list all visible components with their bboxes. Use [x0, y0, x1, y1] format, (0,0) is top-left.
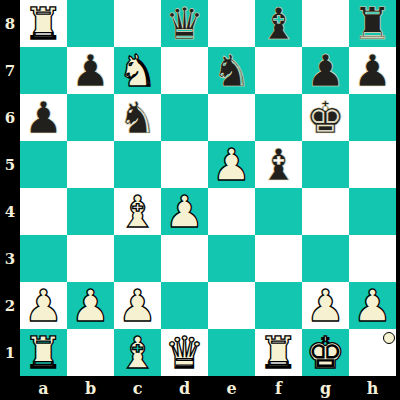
square-b5[interactable]	[67, 141, 114, 188]
file-label-d: d	[161, 376, 208, 400]
square-b1[interactable]	[67, 329, 114, 376]
white-pawn-icon: ♟	[118, 282, 157, 329]
square-h2[interactable]: ♟	[349, 282, 396, 329]
black-pawn-icon: ♟	[71, 47, 110, 94]
square-b7[interactable]: ♟	[67, 47, 114, 94]
rank-label-6: 6	[0, 94, 20, 141]
square-d8[interactable]: ♛	[161, 0, 208, 47]
file-label-h: h	[349, 376, 396, 400]
black-bishop-icon: ♝	[259, 141, 298, 188]
rank-labels: 87654321	[0, 0, 20, 376]
square-d2[interactable]	[161, 282, 208, 329]
square-c2[interactable]: ♟	[114, 282, 161, 329]
white-bishop-icon: ♝	[118, 188, 157, 235]
square-a7[interactable]	[20, 47, 67, 94]
square-a8[interactable]: ♜	[20, 0, 67, 47]
white-pawn-icon: ♟	[165, 188, 204, 235]
chess-board[interactable]: ♜♛♝♜♟♞♞♟♟♟♞♚♟♝♝♟♟♟♟♟♟♜♝♛♜♚	[20, 0, 396, 376]
rank-label-4: 4	[0, 188, 20, 235]
square-c1[interactable]: ♝	[114, 329, 161, 376]
square-e5[interactable]: ♟	[208, 141, 255, 188]
square-g1[interactable]: ♚	[302, 329, 349, 376]
file-label-c: c	[114, 376, 161, 400]
file-label-e: e	[208, 376, 255, 400]
square-f6[interactable]	[255, 94, 302, 141]
square-a2[interactable]: ♟	[20, 282, 67, 329]
square-g4[interactable]	[302, 188, 349, 235]
square-e4[interactable]	[208, 188, 255, 235]
square-c7[interactable]: ♞	[114, 47, 161, 94]
file-label-b: b	[67, 376, 114, 400]
white-pawn-icon: ♟	[71, 282, 110, 329]
black-pawn-icon: ♟	[306, 47, 345, 94]
square-d5[interactable]	[161, 141, 208, 188]
white-to-move-indicator	[383, 332, 395, 344]
square-d3[interactable]	[161, 235, 208, 282]
square-g5[interactable]	[302, 141, 349, 188]
black-pawn-icon: ♟	[353, 47, 392, 94]
white-rook-icon: ♜	[24, 329, 63, 376]
square-h4[interactable]	[349, 188, 396, 235]
square-d1[interactable]: ♛	[161, 329, 208, 376]
white-rook-icon: ♜	[24, 0, 63, 47]
square-g3[interactable]	[302, 235, 349, 282]
square-b4[interactable]	[67, 188, 114, 235]
square-a4[interactable]	[20, 188, 67, 235]
black-bishop-icon: ♝	[259, 0, 298, 47]
file-label-f: f	[255, 376, 302, 400]
rank-label-1: 1	[0, 329, 20, 376]
square-g7[interactable]: ♟	[302, 47, 349, 94]
square-b2[interactable]: ♟	[67, 282, 114, 329]
square-c6[interactable]: ♞	[114, 94, 161, 141]
white-pawn-icon: ♟	[212, 141, 251, 188]
square-c3[interactable]	[114, 235, 161, 282]
square-a1[interactable]: ♜	[20, 329, 67, 376]
rank-label-3: 3	[0, 235, 20, 282]
square-g6[interactable]: ♚	[302, 94, 349, 141]
white-rook-icon: ♜	[259, 329, 298, 376]
square-h3[interactable]	[349, 235, 396, 282]
square-c4[interactable]: ♝	[114, 188, 161, 235]
white-bishop-icon: ♝	[118, 329, 157, 376]
square-f7[interactable]	[255, 47, 302, 94]
square-e7[interactable]: ♞	[208, 47, 255, 94]
square-h5[interactable]	[349, 141, 396, 188]
square-e1[interactable]	[208, 329, 255, 376]
file-label-g: g	[302, 376, 349, 400]
white-king-icon: ♚	[306, 329, 345, 376]
square-d4[interactable]: ♟	[161, 188, 208, 235]
square-f2[interactable]	[255, 282, 302, 329]
file-labels: abcdefgh	[20, 376, 396, 400]
square-f5[interactable]: ♝	[255, 141, 302, 188]
square-h8[interactable]: ♜	[349, 0, 396, 47]
white-pawn-icon: ♟	[24, 282, 63, 329]
black-knight-icon: ♞	[118, 94, 157, 141]
square-e8[interactable]	[208, 0, 255, 47]
square-d7[interactable]	[161, 47, 208, 94]
rank-label-8: 8	[0, 0, 20, 47]
square-b3[interactable]	[67, 235, 114, 282]
rank-label-5: 5	[0, 141, 20, 188]
square-h6[interactable]	[349, 94, 396, 141]
white-queen-icon: ♛	[165, 329, 204, 376]
square-g8[interactable]	[302, 0, 349, 47]
square-g2[interactable]: ♟	[302, 282, 349, 329]
white-pawn-icon: ♟	[306, 282, 345, 329]
square-f1[interactable]: ♜	[255, 329, 302, 376]
square-a3[interactable]	[20, 235, 67, 282]
square-h7[interactable]: ♟	[349, 47, 396, 94]
black-pawn-icon: ♟	[24, 94, 63, 141]
square-f4[interactable]	[255, 188, 302, 235]
black-rook-icon: ♜	[353, 0, 392, 47]
square-b8[interactable]	[67, 0, 114, 47]
white-pawn-icon: ♟	[353, 282, 392, 329]
black-queen-icon: ♛	[165, 0, 204, 47]
square-a5[interactable]	[20, 141, 67, 188]
square-d6[interactable]	[161, 94, 208, 141]
black-king-icon: ♚	[306, 94, 345, 141]
black-knight-icon: ♞	[212, 47, 251, 94]
square-a6[interactable]: ♟	[20, 94, 67, 141]
square-b6[interactable]	[67, 94, 114, 141]
rank-label-2: 2	[0, 282, 20, 329]
square-c8[interactable]	[114, 0, 161, 47]
square-f8[interactable]: ♝	[255, 0, 302, 47]
square-e3[interactable]	[208, 235, 255, 282]
rank-label-7: 7	[0, 47, 20, 94]
square-e6[interactable]	[208, 94, 255, 141]
chess-diagram: 87654321 ♜♛♝♜♟♞♞♟♟♟♞♚♟♝♝♟♟♟♟♟♟♜♝♛♜♚ abcd…	[0, 0, 400, 400]
square-c5[interactable]	[114, 141, 161, 188]
square-e2[interactable]	[208, 282, 255, 329]
file-label-a: a	[20, 376, 67, 400]
square-f3[interactable]	[255, 235, 302, 282]
white-knight-icon: ♞	[118, 47, 157, 94]
